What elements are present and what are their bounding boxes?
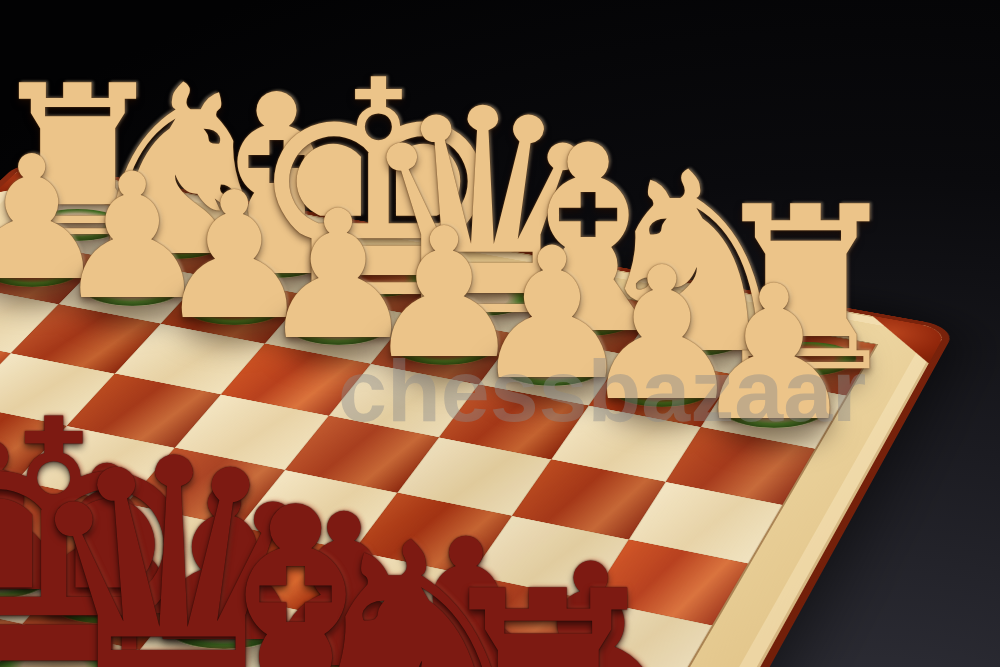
watermark: chessbazaar: [338, 340, 866, 442]
scene: ♜♞♝♛♚♝♞♜♟♟♟♟♟♟♟♟♟♟♟♟♟♟♟♟♜♞♝♛♚♝♞♜ chessba…: [0, 0, 1000, 667]
